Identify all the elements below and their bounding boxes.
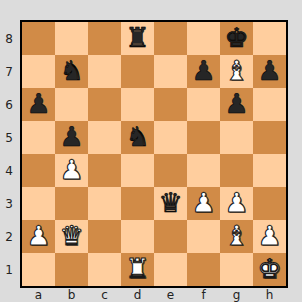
white-bishop-piece: ♝ xyxy=(224,55,248,87)
black-pawn-piece: ♟ xyxy=(26,88,50,120)
rank-label-6: 6 xyxy=(0,88,17,121)
square-f5[interactable] xyxy=(187,121,220,154)
rank-label-1: 1 xyxy=(0,253,17,286)
file-label-a: a xyxy=(22,288,55,302)
square-e3[interactable]: ♛ xyxy=(154,187,187,220)
square-a2[interactable]: ♟ xyxy=(22,220,55,253)
rank-label-5: 5 xyxy=(0,121,17,154)
square-a7[interactable] xyxy=(22,55,55,88)
black-pawn-piece: ♟ xyxy=(224,88,248,120)
square-b7[interactable]: ♞ xyxy=(55,55,88,88)
square-b3[interactable] xyxy=(55,187,88,220)
square-c3[interactable] xyxy=(88,187,121,220)
file-label-b: b xyxy=(55,288,88,302)
square-g3[interactable]: ♟ xyxy=(220,187,253,220)
square-a3[interactable] xyxy=(22,187,55,220)
square-d7[interactable] xyxy=(121,55,154,88)
white-king-piece: ♚ xyxy=(257,253,281,285)
square-a8[interactable] xyxy=(22,22,55,55)
square-a6[interactable]: ♟ xyxy=(22,88,55,121)
square-e7[interactable] xyxy=(154,55,187,88)
white-pawn-piece: ♟ xyxy=(59,154,83,186)
square-f4[interactable] xyxy=(187,154,220,187)
square-c2[interactable] xyxy=(88,220,121,253)
square-b4[interactable]: ♟ xyxy=(55,154,88,187)
black-king-piece: ♚ xyxy=(224,22,248,54)
white-pawn-piece: ♟ xyxy=(257,220,281,252)
black-queen-piece: ♛ xyxy=(158,187,182,219)
square-g2[interactable]: ♝ xyxy=(220,220,253,253)
black-pawn-piece: ♟ xyxy=(59,121,83,153)
file-label-c: c xyxy=(88,288,121,302)
square-e5[interactable] xyxy=(154,121,187,154)
white-pawn-piece: ♟ xyxy=(26,220,50,252)
chess-board: ♜♚♞♟♝♟♟♟♟♞♟♛♟♟♟♛♝♟♜♚ xyxy=(20,20,288,288)
file-labels: abcdefgh xyxy=(22,288,286,302)
square-c8[interactable] xyxy=(88,22,121,55)
square-f3[interactable]: ♟ xyxy=(187,187,220,220)
square-h2[interactable]: ♟ xyxy=(253,220,286,253)
square-e6[interactable] xyxy=(154,88,187,121)
file-label-f: f xyxy=(187,288,220,302)
square-f1[interactable] xyxy=(187,253,220,286)
file-label-e: e xyxy=(154,288,187,302)
rank-label-4: 4 xyxy=(0,154,17,187)
square-g4[interactable] xyxy=(220,154,253,187)
square-d2[interactable] xyxy=(121,220,154,253)
square-b6[interactable] xyxy=(55,88,88,121)
square-b8[interactable] xyxy=(55,22,88,55)
square-b1[interactable] xyxy=(55,253,88,286)
square-c5[interactable] xyxy=(88,121,121,154)
square-e8[interactable] xyxy=(154,22,187,55)
white-pawn-piece: ♟ xyxy=(224,187,248,219)
square-f6[interactable] xyxy=(187,88,220,121)
square-c6[interactable] xyxy=(88,88,121,121)
black-knight-piece: ♞ xyxy=(125,121,149,153)
file-label-h: h xyxy=(253,288,286,302)
square-f8[interactable] xyxy=(187,22,220,55)
chess-diagram: 87654321 ♜♚♞♟♝♟♟♟♟♞♟♛♟♟♟♛♝♟♜♚ abcdefgh xyxy=(0,0,302,302)
black-rook-piece: ♜ xyxy=(125,22,149,54)
square-h5[interactable] xyxy=(253,121,286,154)
square-a4[interactable] xyxy=(22,154,55,187)
black-pawn-piece: ♟ xyxy=(257,55,281,87)
square-g7[interactable]: ♝ xyxy=(220,55,253,88)
square-f2[interactable] xyxy=(187,220,220,253)
square-a5[interactable] xyxy=(22,121,55,154)
rank-label-3: 3 xyxy=(0,187,17,220)
rank-labels: 87654321 xyxy=(0,22,17,286)
square-h7[interactable]: ♟ xyxy=(253,55,286,88)
square-c1[interactable] xyxy=(88,253,121,286)
white-queen-piece: ♛ xyxy=(59,220,83,252)
square-b2[interactable]: ♛ xyxy=(55,220,88,253)
black-knight-piece: ♞ xyxy=(59,55,83,87)
file-label-g: g xyxy=(220,288,253,302)
rank-label-2: 2 xyxy=(0,220,17,253)
square-b5[interactable]: ♟ xyxy=(55,121,88,154)
square-h4[interactable] xyxy=(253,154,286,187)
square-h3[interactable] xyxy=(253,187,286,220)
square-a1[interactable] xyxy=(22,253,55,286)
white-rook-piece: ♜ xyxy=(125,253,149,285)
square-h6[interactable] xyxy=(253,88,286,121)
square-f7[interactable]: ♟ xyxy=(187,55,220,88)
square-d3[interactable] xyxy=(121,187,154,220)
square-d1[interactable]: ♜ xyxy=(121,253,154,286)
square-e4[interactable] xyxy=(154,154,187,187)
white-bishop-piece: ♝ xyxy=(224,220,248,252)
square-c7[interactable] xyxy=(88,55,121,88)
square-g8[interactable]: ♚ xyxy=(220,22,253,55)
square-g5[interactable] xyxy=(220,121,253,154)
square-g1[interactable] xyxy=(220,253,253,286)
rank-label-7: 7 xyxy=(0,55,17,88)
square-d6[interactable] xyxy=(121,88,154,121)
square-e1[interactable] xyxy=(154,253,187,286)
square-d4[interactable] xyxy=(121,154,154,187)
black-pawn-piece: ♟ xyxy=(191,55,215,87)
square-h8[interactable] xyxy=(253,22,286,55)
square-d5[interactable]: ♞ xyxy=(121,121,154,154)
rank-label-8: 8 xyxy=(0,22,17,55)
square-d8[interactable]: ♜ xyxy=(121,22,154,55)
square-e2[interactable] xyxy=(154,220,187,253)
square-h1[interactable]: ♚ xyxy=(253,253,286,286)
square-g6[interactable]: ♟ xyxy=(220,88,253,121)
square-c4[interactable] xyxy=(88,154,121,187)
file-label-d: d xyxy=(121,288,154,302)
white-pawn-piece: ♟ xyxy=(191,187,215,219)
